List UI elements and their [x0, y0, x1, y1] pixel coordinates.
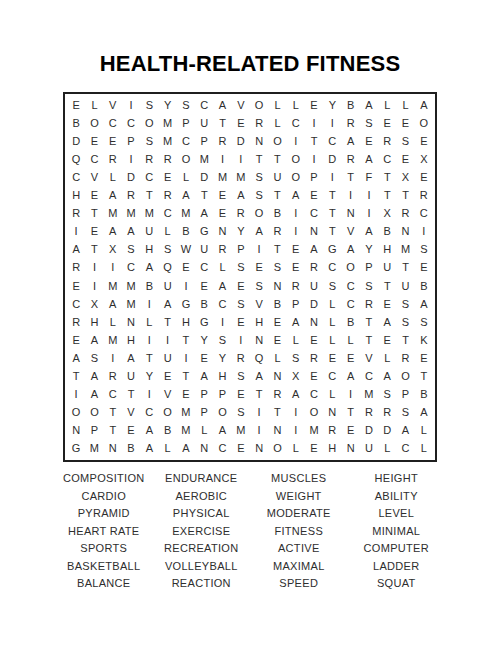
- grid-cell[interactable]: P: [122, 132, 140, 150]
- grid-cell[interactable]: I: [341, 386, 359, 404]
- grid-cell[interactable]: O: [415, 114, 433, 132]
- grid-cell[interactable]: C: [323, 368, 341, 386]
- grid-cell[interactable]: E: [378, 114, 396, 132]
- grid-cell[interactable]: S: [323, 277, 341, 295]
- grid-cell[interactable]: C: [213, 440, 231, 458]
- grid-cell[interactable]: E: [305, 96, 323, 114]
- grid-cell[interactable]: A: [341, 132, 359, 150]
- grid-cell[interactable]: T: [158, 313, 176, 331]
- grid-cell[interactable]: H: [67, 187, 85, 205]
- grid-cell[interactable]: R: [104, 368, 122, 386]
- grid-cell[interactable]: C: [396, 440, 414, 458]
- grid-cell[interactable]: T: [360, 313, 378, 331]
- grid-cell[interactable]: I: [213, 150, 231, 168]
- grid-cell[interactable]: L: [415, 440, 433, 458]
- grid-cell[interactable]: B: [177, 223, 195, 241]
- grid-cell[interactable]: D: [67, 132, 85, 150]
- grid-cell[interactable]: E: [67, 331, 85, 349]
- grid-cell[interactable]: D: [305, 295, 323, 313]
- grid-cell[interactable]: C: [323, 132, 341, 150]
- grid-cell[interactable]: Y: [195, 331, 213, 349]
- grid-cell[interactable]: T: [122, 386, 140, 404]
- grid-cell[interactable]: E: [213, 187, 231, 205]
- grid-cell[interactable]: A: [104, 223, 122, 241]
- grid-cell[interactable]: E: [268, 313, 286, 331]
- grid-cell[interactable]: I: [360, 205, 378, 223]
- grid-cell[interactable]: T: [396, 187, 414, 205]
- grid-cell[interactable]: R: [396, 349, 414, 367]
- grid-cell[interactable]: P: [305, 168, 323, 186]
- grid-cell[interactable]: I: [250, 422, 268, 440]
- grid-cell[interactable]: X: [85, 295, 103, 313]
- grid-cell[interactable]: T: [104, 422, 122, 440]
- grid-cell[interactable]: E: [232, 386, 250, 404]
- grid-cell[interactable]: I: [67, 386, 85, 404]
- grid-cell[interactable]: S: [378, 386, 396, 404]
- grid-cell[interactable]: R: [323, 422, 341, 440]
- grid-cell[interactable]: C: [341, 295, 359, 313]
- grid-cell[interactable]: A: [195, 205, 213, 223]
- grid-cell[interactable]: E: [85, 187, 103, 205]
- grid-cell[interactable]: E: [67, 277, 85, 295]
- grid-cell[interactable]: I: [177, 349, 195, 367]
- grid-cell[interactable]: R: [213, 132, 231, 150]
- grid-cell[interactable]: R: [232, 349, 250, 367]
- grid-cell[interactable]: T: [67, 368, 85, 386]
- grid-cell[interactable]: T: [378, 187, 396, 205]
- grid-cell[interactable]: O: [305, 404, 323, 422]
- grid-cell[interactable]: B: [67, 114, 85, 132]
- grid-cell[interactable]: S: [396, 313, 414, 331]
- grid-cell[interactable]: V: [250, 295, 268, 313]
- grid-cell[interactable]: S: [396, 295, 414, 313]
- grid-cell[interactable]: A: [396, 422, 414, 440]
- grid-cell[interactable]: Y: [360, 241, 378, 259]
- grid-cell[interactable]: L: [323, 295, 341, 313]
- grid-cell[interactable]: A: [85, 368, 103, 386]
- grid-cell[interactable]: C: [104, 386, 122, 404]
- grid-cell[interactable]: I: [122, 96, 140, 114]
- grid-cell[interactable]: N: [195, 440, 213, 458]
- grid-cell[interactable]: E: [232, 114, 250, 132]
- grid-cell[interactable]: U: [158, 277, 176, 295]
- grid-cell[interactable]: R: [104, 150, 122, 168]
- grid-cell[interactable]: M: [360, 386, 378, 404]
- grid-cell[interactable]: N: [305, 313, 323, 331]
- grid-cell[interactable]: I: [287, 404, 305, 422]
- grid-cell[interactable]: R: [158, 187, 176, 205]
- grid-cell[interactable]: P: [195, 404, 213, 422]
- grid-cell[interactable]: P: [213, 386, 231, 404]
- grid-cell[interactable]: P: [195, 386, 213, 404]
- grid-cell[interactable]: S: [250, 277, 268, 295]
- grid-cell[interactable]: I: [232, 331, 250, 349]
- grid-cell[interactable]: I: [360, 187, 378, 205]
- grid-cell[interactable]: N: [268, 422, 286, 440]
- grid-cell[interactable]: Y: [213, 349, 231, 367]
- grid-cell[interactable]: D: [122, 168, 140, 186]
- grid-cell[interactable]: U: [378, 259, 396, 277]
- grid-cell[interactable]: S: [250, 187, 268, 205]
- grid-cell[interactable]: A: [195, 368, 213, 386]
- grid-cell[interactable]: I: [140, 386, 158, 404]
- grid-cell[interactable]: I: [140, 295, 158, 313]
- grid-cell[interactable]: E: [378, 331, 396, 349]
- grid-cell[interactable]: C: [360, 368, 378, 386]
- grid-cell[interactable]: L: [158, 223, 176, 241]
- grid-cell[interactable]: A: [341, 241, 359, 259]
- grid-cell[interactable]: R: [268, 223, 286, 241]
- grid-cell[interactable]: M: [122, 295, 140, 313]
- grid-cell[interactable]: X: [415, 150, 433, 168]
- grid-cell[interactable]: V: [104, 96, 122, 114]
- grid-cell[interactable]: H: [122, 331, 140, 349]
- grid-cell[interactable]: O: [158, 404, 176, 422]
- grid-cell[interactable]: L: [104, 168, 122, 186]
- grid-cell[interactable]: A: [250, 368, 268, 386]
- grid-cell[interactable]: H: [85, 313, 103, 331]
- grid-cell[interactable]: H: [213, 368, 231, 386]
- grid-cell[interactable]: L: [287, 331, 305, 349]
- grid-cell[interactable]: I: [140, 331, 158, 349]
- grid-cell[interactable]: S: [396, 404, 414, 422]
- grid-cell[interactable]: T: [268, 241, 286, 259]
- grid-cell[interactable]: C: [122, 259, 140, 277]
- grid-cell[interactable]: C: [140, 404, 158, 422]
- grid-cell[interactable]: E: [287, 241, 305, 259]
- grid-cell[interactable]: O: [268, 132, 286, 150]
- grid-cell[interactable]: A: [287, 386, 305, 404]
- grid-cell[interactable]: M: [177, 404, 195, 422]
- grid-cell[interactable]: S: [140, 96, 158, 114]
- grid-cell[interactable]: V: [85, 168, 103, 186]
- grid-cell[interactable]: A: [85, 331, 103, 349]
- grid-cell[interactable]: T: [250, 150, 268, 168]
- grid-cell[interactable]: E: [250, 259, 268, 277]
- grid-cell[interactable]: G: [67, 440, 85, 458]
- grid-cell[interactable]: M: [177, 422, 195, 440]
- grid-cell[interactable]: W: [177, 241, 195, 259]
- grid-cell[interactable]: A: [104, 187, 122, 205]
- grid-cell[interactable]: O: [85, 404, 103, 422]
- grid-cell[interactable]: M: [104, 277, 122, 295]
- grid-cell[interactable]: B: [140, 277, 158, 295]
- grid-cell[interactable]: I: [122, 150, 140, 168]
- grid-cell[interactable]: V: [122, 404, 140, 422]
- grid-cell[interactable]: E: [323, 349, 341, 367]
- grid-cell[interactable]: I: [104, 259, 122, 277]
- grid-cell[interactable]: E: [305, 440, 323, 458]
- grid-cell[interactable]: N: [213, 223, 231, 241]
- grid-cell[interactable]: T: [341, 404, 359, 422]
- grid-cell[interactable]: M: [232, 422, 250, 440]
- grid-cell[interactable]: R: [287, 277, 305, 295]
- grid-cell[interactable]: Y: [323, 96, 341, 114]
- grid-cell[interactable]: M: [122, 205, 140, 223]
- grid-cell[interactable]: R: [378, 404, 396, 422]
- grid-cell[interactable]: D: [232, 132, 250, 150]
- grid-cell[interactable]: U: [195, 241, 213, 259]
- grid-cell[interactable]: N: [396, 223, 414, 241]
- grid-cell[interactable]: R: [305, 349, 323, 367]
- grid-cell[interactable]: U: [140, 223, 158, 241]
- grid-cell[interactable]: D: [323, 150, 341, 168]
- grid-cell[interactable]: B: [268, 295, 286, 313]
- grid-cell[interactable]: M: [195, 150, 213, 168]
- grid-cell[interactable]: I: [85, 259, 103, 277]
- grid-cell[interactable]: I: [104, 349, 122, 367]
- grid-cell[interactable]: R: [341, 114, 359, 132]
- grid-cell[interactable]: L: [287, 96, 305, 114]
- grid-cell[interactable]: R: [158, 150, 176, 168]
- grid-cell[interactable]: M: [85, 440, 103, 458]
- grid-cell[interactable]: I: [250, 404, 268, 422]
- grid-cell[interactable]: N: [341, 205, 359, 223]
- grid-cell[interactable]: O: [85, 114, 103, 132]
- grid-cell[interactable]: E: [341, 422, 359, 440]
- grid-cell[interactable]: B: [122, 440, 140, 458]
- grid-cell[interactable]: M: [104, 205, 122, 223]
- grid-cell[interactable]: S: [415, 313, 433, 331]
- grid-cell[interactable]: A: [213, 277, 231, 295]
- grid-cell[interactable]: O: [177, 150, 195, 168]
- grid-cell[interactable]: E: [396, 150, 414, 168]
- grid-cell[interactable]: L: [341, 331, 359, 349]
- grid-cell[interactable]: L: [415, 422, 433, 440]
- grid-cell[interactable]: T: [341, 168, 359, 186]
- grid-cell[interactable]: A: [177, 187, 195, 205]
- grid-cell[interactable]: T: [323, 187, 341, 205]
- grid-cell[interactable]: S: [415, 241, 433, 259]
- grid-cell[interactable]: A: [67, 349, 85, 367]
- grid-cell[interactable]: T: [378, 277, 396, 295]
- grid-cell[interactable]: S: [158, 241, 176, 259]
- grid-cell[interactable]: U: [195, 114, 213, 132]
- grid-cell[interactable]: G: [323, 241, 341, 259]
- grid-cell[interactable]: U: [360, 440, 378, 458]
- grid-cell[interactable]: O: [213, 404, 231, 422]
- grid-cell[interactable]: I: [158, 331, 176, 349]
- grid-cell[interactable]: B: [341, 313, 359, 331]
- grid-cell[interactable]: E: [158, 368, 176, 386]
- grid-cell[interactable]: A: [360, 150, 378, 168]
- grid-cell[interactable]: C: [323, 259, 341, 277]
- grid-cell[interactable]: L: [396, 96, 414, 114]
- grid-cell[interactable]: B: [415, 277, 433, 295]
- grid-cell[interactable]: M: [158, 132, 176, 150]
- grid-cell[interactable]: E: [305, 187, 323, 205]
- grid-cell[interactable]: E: [232, 313, 250, 331]
- grid-cell[interactable]: R: [140, 150, 158, 168]
- grid-cell[interactable]: B: [378, 223, 396, 241]
- grid-cell[interactable]: A: [360, 96, 378, 114]
- grid-cell[interactable]: O: [140, 114, 158, 132]
- grid-cell[interactable]: T: [415, 368, 433, 386]
- grid-cell[interactable]: T: [268, 187, 286, 205]
- grid-cell[interactable]: A: [341, 368, 359, 386]
- grid-cell[interactable]: A: [378, 368, 396, 386]
- grid-cell[interactable]: C: [305, 205, 323, 223]
- grid-cell[interactable]: N: [268, 277, 286, 295]
- grid-cell[interactable]: K: [415, 331, 433, 349]
- grid-cell[interactable]: A: [213, 96, 231, 114]
- grid-cell[interactable]: A: [140, 259, 158, 277]
- grid-cell[interactable]: E: [104, 132, 122, 150]
- grid-cell[interactable]: A: [232, 187, 250, 205]
- grid-cell[interactable]: P: [360, 259, 378, 277]
- grid-cell[interactable]: E: [415, 168, 433, 186]
- grid-cell[interactable]: E: [396, 114, 414, 132]
- grid-cell[interactable]: T: [323, 205, 341, 223]
- grid-cell[interactable]: O: [268, 440, 286, 458]
- grid-cell[interactable]: A: [122, 223, 140, 241]
- grid-cell[interactable]: S: [360, 114, 378, 132]
- grid-cell[interactable]: C: [104, 114, 122, 132]
- grid-cell[interactable]: R: [378, 132, 396, 150]
- grid-cell[interactable]: A: [287, 187, 305, 205]
- grid-cell[interactable]: D: [360, 422, 378, 440]
- grid-cell[interactable]: H: [378, 241, 396, 259]
- grid-cell[interactable]: E: [177, 386, 195, 404]
- grid-cell[interactable]: T: [250, 386, 268, 404]
- grid-cell[interactable]: E: [232, 440, 250, 458]
- grid-cell[interactable]: G: [195, 223, 213, 241]
- grid-cell[interactable]: M: [232, 168, 250, 186]
- grid-cell[interactable]: A: [378, 313, 396, 331]
- grid-cell[interactable]: O: [287, 168, 305, 186]
- grid-cell[interactable]: T: [360, 331, 378, 349]
- grid-cell[interactable]: X: [104, 241, 122, 259]
- grid-cell[interactable]: O: [341, 259, 359, 277]
- grid-cell[interactable]: G: [177, 295, 195, 313]
- grid-cell[interactable]: A: [415, 96, 433, 114]
- grid-cell[interactable]: N: [323, 404, 341, 422]
- grid-cell[interactable]: I: [177, 277, 195, 295]
- grid-cell[interactable]: P: [195, 132, 213, 150]
- grid-cell[interactable]: R: [341, 150, 359, 168]
- grid-cell[interactable]: M: [177, 205, 195, 223]
- grid-cell[interactable]: A: [305, 241, 323, 259]
- grid-cell[interactable]: C: [287, 114, 305, 132]
- grid-cell[interactable]: R: [360, 404, 378, 422]
- grid-cell[interactable]: P: [287, 295, 305, 313]
- grid-cell[interactable]: E: [268, 331, 286, 349]
- grid-cell[interactable]: E: [195, 349, 213, 367]
- grid-cell[interactable]: O: [250, 96, 268, 114]
- grid-cell[interactable]: A: [213, 422, 231, 440]
- grid-cell[interactable]: R: [360, 295, 378, 313]
- grid-cell[interactable]: I: [213, 313, 231, 331]
- grid-cell[interactable]: B: [195, 295, 213, 313]
- grid-cell[interactable]: B: [415, 386, 433, 404]
- grid-cell[interactable]: L: [104, 313, 122, 331]
- grid-cell[interactable]: H: [177, 313, 195, 331]
- grid-cell[interactable]: I: [323, 114, 341, 132]
- grid-cell[interactable]: T: [213, 114, 231, 132]
- grid-cell[interactable]: R: [67, 259, 85, 277]
- grid-cell[interactable]: D: [195, 168, 213, 186]
- grid-cell[interactable]: A: [104, 295, 122, 313]
- grid-cell[interactable]: H: [323, 440, 341, 458]
- grid-cell[interactable]: X: [378, 205, 396, 223]
- grid-cell[interactable]: E: [415, 259, 433, 277]
- grid-cell[interactable]: G: [195, 313, 213, 331]
- grid-cell[interactable]: B: [268, 205, 286, 223]
- grid-cell[interactable]: B: [158, 422, 176, 440]
- grid-cell[interactable]: S: [213, 331, 231, 349]
- grid-cell[interactable]: T: [177, 368, 195, 386]
- grid-cell[interactable]: A: [158, 295, 176, 313]
- grid-cell[interactable]: T: [396, 259, 414, 277]
- grid-cell[interactable]: R: [396, 205, 414, 223]
- grid-cell[interactable]: S: [122, 241, 140, 259]
- grid-cell[interactable]: N: [250, 132, 268, 150]
- grid-cell[interactable]: Q: [158, 259, 176, 277]
- grid-cell[interactable]: X: [396, 168, 414, 186]
- grid-cell[interactable]: S: [177, 96, 195, 114]
- grid-cell[interactable]: M: [305, 422, 323, 440]
- grid-cell[interactable]: O: [287, 150, 305, 168]
- grid-cell[interactable]: N: [268, 368, 286, 386]
- grid-cell[interactable]: I: [287, 205, 305, 223]
- grid-cell[interactable]: C: [158, 205, 176, 223]
- grid-cell[interactable]: U: [268, 168, 286, 186]
- grid-cell[interactable]: Y: [232, 223, 250, 241]
- grid-cell[interactable]: C: [378, 150, 396, 168]
- grid-cell[interactable]: S: [232, 259, 250, 277]
- grid-cell[interactable]: S: [232, 404, 250, 422]
- grid-cell[interactable]: B: [341, 96, 359, 114]
- grid-cell[interactable]: L: [378, 440, 396, 458]
- grid-cell[interactable]: M: [122, 277, 140, 295]
- grid-cell[interactable]: P: [177, 114, 195, 132]
- grid-cell[interactable]: L: [158, 440, 176, 458]
- grid-cell[interactable]: C: [67, 295, 85, 313]
- grid-cell[interactable]: F: [360, 168, 378, 186]
- grid-cell[interactable]: M: [396, 241, 414, 259]
- grid-cell[interactable]: A: [140, 422, 158, 440]
- grid-cell[interactable]: X: [287, 368, 305, 386]
- grid-cell[interactable]: E: [213, 205, 231, 223]
- grid-cell[interactable]: L: [177, 168, 195, 186]
- grid-cell[interactable]: R: [67, 205, 85, 223]
- grid-cell[interactable]: L: [268, 114, 286, 132]
- grid-cell[interactable]: E: [158, 168, 176, 186]
- grid-cell[interactable]: T: [85, 241, 103, 259]
- grid-cell[interactable]: O: [396, 368, 414, 386]
- grid-cell[interactable]: Y: [158, 96, 176, 114]
- grid-cell[interactable]: L: [85, 96, 103, 114]
- grid-cell[interactable]: A: [415, 295, 433, 313]
- grid-cell[interactable]: A: [140, 440, 158, 458]
- grid-cell[interactable]: M: [213, 168, 231, 186]
- grid-cell[interactable]: I: [287, 132, 305, 150]
- grid-cell[interactable]: T: [305, 132, 323, 150]
- grid-cell[interactable]: R: [250, 114, 268, 132]
- grid-cell[interactable]: I: [85, 277, 103, 295]
- grid-cell[interactable]: T: [268, 404, 286, 422]
- grid-cell[interactable]: R: [305, 259, 323, 277]
- grid-cell[interactable]: L: [378, 96, 396, 114]
- grid-cell[interactable]: S: [360, 277, 378, 295]
- grid-cell[interactable]: I: [250, 241, 268, 259]
- grid-cell[interactable]: C: [177, 132, 195, 150]
- grid-cell[interactable]: U: [122, 368, 140, 386]
- grid-cell[interactable]: N: [67, 422, 85, 440]
- grid-cell[interactable]: C: [195, 259, 213, 277]
- grid-cell[interactable]: P: [396, 386, 414, 404]
- grid-cell[interactable]: I: [305, 150, 323, 168]
